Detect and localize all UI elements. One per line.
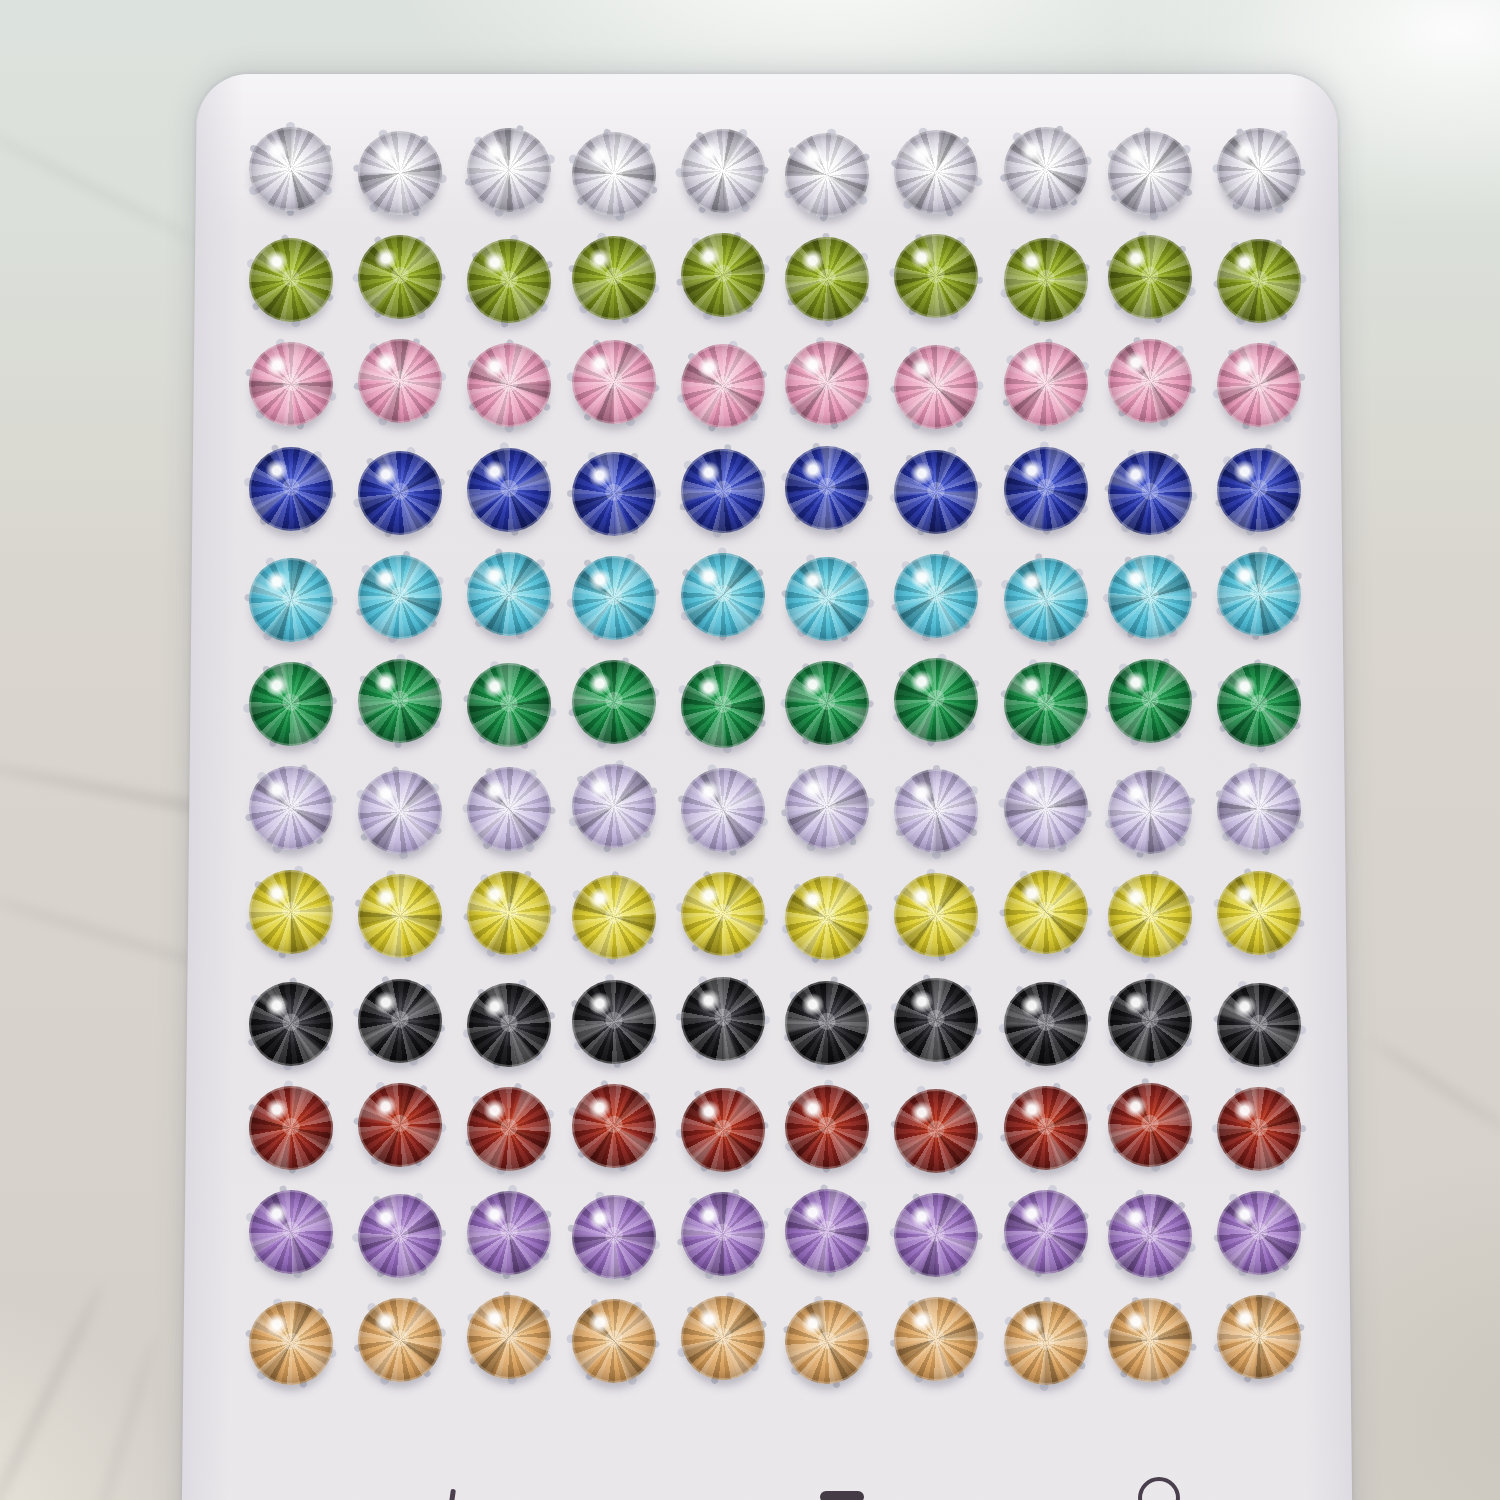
stud-champagne-c2	[352, 1292, 448, 1388]
stud-lavender-c10	[1211, 761, 1307, 857]
marble-vein	[85, 1334, 159, 1500]
stud-royal-blue-sapphire-c10	[1211, 442, 1307, 538]
stud-aqua-aquamarine-c6	[779, 551, 875, 647]
stud-aqua-aquamarine-c4	[566, 550, 662, 646]
stud-yellow-c3	[461, 865, 557, 961]
stud-lavender-c9	[1102, 764, 1198, 860]
partial-logo-mark-2	[820, 1491, 864, 1500]
stud-purple-amethyst-c3	[461, 1185, 557, 1281]
stud-champagne-c10	[1211, 1289, 1307, 1385]
stud-olive-green-peridot-c6	[779, 231, 875, 327]
stud-yellow-c5	[675, 866, 771, 962]
stud-yellow-c9	[1102, 868, 1198, 964]
stud-black-c3	[461, 977, 557, 1073]
stud-emerald-green-c9	[1102, 653, 1198, 749]
stud-clear-crystal-c2	[352, 125, 448, 221]
stud-olive-green-peridot-c5	[675, 227, 771, 323]
stud-lavender-c6	[779, 759, 875, 855]
stud-olive-green-peridot-c3	[461, 233, 557, 329]
stud-yellow-c4	[566, 869, 662, 965]
stud-olive-green-peridot-c4	[566, 230, 662, 326]
stud-royal-blue-sapphire-c6	[779, 440, 875, 536]
stud-lavender-c5	[675, 762, 771, 858]
stud-pink-c4	[566, 334, 662, 430]
stud-emerald-green-c10	[1211, 657, 1307, 753]
stud-dark-red-garnet-c4	[566, 1078, 662, 1174]
stud-yellow-c6	[779, 870, 875, 966]
stud-royal-blue-sapphire-c8	[998, 441, 1094, 537]
stud-aqua-aquamarine-c5	[675, 547, 771, 643]
stud-pink-c8	[998, 336, 1094, 432]
stud-olive-green-peridot-c1	[243, 232, 339, 328]
stud-clear-crystal-c7	[888, 124, 984, 220]
stud-pink-c3	[461, 337, 557, 433]
stud-black-c5	[675, 971, 771, 1067]
stud-black-c7	[888, 972, 984, 1068]
stud-lavender-c7	[888, 763, 984, 859]
stud-dark-red-garnet-c9	[1102, 1077, 1198, 1173]
stud-champagne-c6	[779, 1294, 875, 1390]
stud-yellow-c1	[243, 864, 339, 960]
stud-aqua-aquamarine-c8	[998, 552, 1094, 648]
stud-royal-blue-sapphire-c1	[243, 441, 339, 537]
stud-emerald-green-c7	[888, 652, 984, 748]
stud-lavender-c3	[461, 761, 557, 857]
stud-emerald-green-c8	[998, 656, 1094, 752]
stud-olive-green-peridot-c8	[998, 232, 1094, 328]
stud-lavender-c2	[352, 764, 448, 860]
stud-clear-crystal-c6	[779, 127, 875, 223]
stud-clear-crystal-c9	[1102, 125, 1198, 221]
stud-purple-amethyst-c10	[1211, 1185, 1307, 1281]
stud-champagne-c1	[243, 1295, 339, 1391]
stud-olive-green-peridot-c2	[352, 229, 448, 325]
stud-pink-c2	[352, 333, 448, 429]
stud-champagne-c4	[566, 1293, 662, 1389]
stud-olive-green-peridot-c7	[888, 228, 984, 324]
stud-champagne-c7	[888, 1291, 984, 1387]
stud-purple-amethyst-c5	[675, 1186, 771, 1282]
stud-pink-c1	[243, 336, 339, 432]
stud-pink-c6	[779, 335, 875, 431]
stud-purple-amethyst-c9	[1102, 1188, 1198, 1284]
stud-yellow-c7	[888, 867, 984, 963]
stud-champagne-c8	[998, 1295, 1094, 1391]
stud-clear-crystal-c4	[566, 126, 662, 222]
stud-black-c6	[779, 975, 875, 1071]
stud-champagne-c5	[675, 1290, 771, 1386]
stud-dark-red-garnet-c6	[779, 1079, 875, 1175]
stud-grid	[239, 119, 1312, 1393]
stud-champagne-c9	[1102, 1292, 1198, 1388]
stud-dark-red-garnet-c1	[243, 1080, 339, 1176]
stud-champagne-c3	[461, 1289, 557, 1385]
stud-aqua-aquamarine-c10	[1211, 546, 1307, 642]
marble-vein	[0, 1282, 106, 1500]
stud-dark-red-garnet-c7	[888, 1083, 984, 1179]
stud-clear-crystal-c8	[998, 121, 1094, 217]
stud-yellow-c2	[352, 868, 448, 964]
stud-purple-amethyst-c2	[352, 1188, 448, 1284]
stud-black-c1	[243, 976, 339, 1072]
stud-royal-blue-sapphire-c9	[1102, 445, 1198, 541]
stud-black-c10	[1211, 977, 1307, 1073]
stud-pink-c7	[888, 339, 984, 435]
stud-black-c9	[1102, 973, 1198, 1069]
stud-lavender-c1	[243, 760, 339, 856]
stud-dark-red-garnet-c5	[675, 1082, 771, 1178]
stud-purple-amethyst-c6	[779, 1183, 875, 1279]
stud-emerald-green-c1	[243, 656, 339, 752]
stud-aqua-aquamarine-c2	[352, 549, 448, 645]
stud-aqua-aquamarine-c7	[888, 548, 984, 644]
stud-dark-red-garnet-c2	[352, 1077, 448, 1173]
stud-black-c2	[352, 973, 448, 1069]
stud-olive-green-peridot-c10	[1211, 233, 1307, 329]
stud-clear-crystal-c10	[1211, 122, 1307, 218]
stud-yellow-c8	[998, 864, 1094, 960]
stud-purple-amethyst-c4	[566, 1189, 662, 1285]
stud-aqua-aquamarine-c3	[461, 546, 557, 642]
stud-royal-blue-sapphire-c4	[566, 446, 662, 542]
stud-emerald-green-c3	[461, 657, 557, 753]
stud-pink-c5	[675, 338, 771, 434]
stud-royal-blue-sapphire-c7	[888, 444, 984, 540]
stud-dark-red-garnet-c10	[1211, 1081, 1307, 1177]
stud-aqua-aquamarine-c9	[1102, 549, 1198, 645]
stud-lavender-c4	[566, 758, 662, 854]
stud-royal-blue-sapphire-c3	[461, 442, 557, 538]
stud-olive-green-peridot-c9	[1102, 229, 1198, 325]
stud-lavender-c8	[998, 760, 1094, 856]
stud-clear-crystal-c1	[243, 121, 339, 217]
stud-royal-blue-sapphire-c2	[352, 445, 448, 541]
stud-royal-blue-sapphire-c5	[675, 443, 771, 539]
marble-vein	[0, 121, 211, 251]
stud-clear-crystal-c3	[461, 122, 557, 218]
stud-emerald-green-c4	[566, 654, 662, 750]
stud-yellow-c10	[1211, 865, 1307, 961]
stud-clear-crystal-c5	[675, 123, 771, 219]
stud-black-c4	[566, 974, 662, 1070]
stud-pink-c9	[1102, 333, 1198, 429]
stud-purple-amethyst-c1	[243, 1184, 339, 1280]
stud-emerald-green-c2	[352, 653, 448, 749]
stud-purple-amethyst-c7	[888, 1187, 984, 1283]
scene: Colorful cubic zirconia stud earrings on…	[0, 0, 1500, 1500]
stud-purple-amethyst-c8	[998, 1184, 1094, 1280]
marble-vein	[1368, 1036, 1500, 1135]
stud-emerald-green-c6	[779, 655, 875, 751]
stud-black-c8	[998, 976, 1094, 1072]
stud-emerald-green-c5	[675, 658, 771, 754]
stud-aqua-aquamarine-c1	[243, 552, 339, 648]
stud-dark-red-garnet-c3	[461, 1081, 557, 1177]
stud-pink-c10	[1211, 337, 1307, 433]
stud-dark-red-garnet-c8	[998, 1080, 1094, 1176]
